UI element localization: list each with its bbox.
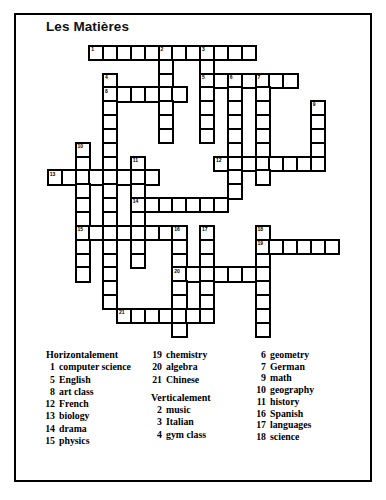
clue-column-down: 6geometry7German9math10geography11histor… bbox=[240, 349, 340, 443]
cell-number-17: 17 bbox=[202, 227, 208, 232]
cell-number-20: 20 bbox=[174, 269, 180, 274]
cell-number-19: 19 bbox=[257, 241, 263, 246]
clue-item-text: computer science bbox=[59, 361, 131, 373]
clue-item-text: languages bbox=[270, 419, 311, 431]
grid-cell-r9c15[interactable] bbox=[255, 169, 271, 185]
clue-item-text: chemistry bbox=[166, 349, 207, 361]
grid-cell-r14c20[interactable] bbox=[324, 239, 340, 255]
clue-column-across: Horizontalement1computer science5English… bbox=[40, 349, 146, 447]
clue-item-number: 12 bbox=[40, 398, 55, 410]
grid-cell-r2c17[interactable] bbox=[282, 73, 298, 89]
cell-number-8: 8 bbox=[105, 89, 108, 94]
clue-item-16: 16Spanish bbox=[240, 408, 340, 420]
clue-item-21: 21Chinese bbox=[146, 374, 240, 386]
clue-item-number: 4 bbox=[146, 429, 162, 441]
cell-number-2: 2 bbox=[160, 47, 163, 52]
clue-item-15: 15physics bbox=[40, 435, 146, 447]
clue-item-number: 13 bbox=[40, 410, 55, 422]
clue-item-1: 1computer science bbox=[40, 361, 146, 373]
clue-item-number: 16 bbox=[240, 408, 266, 420]
crossword-grid: 123456789101112131415161718192021 bbox=[0, 0, 386, 346]
clue-item-number: 10 bbox=[240, 384, 266, 396]
cell-number-4: 4 bbox=[105, 75, 108, 80]
clue-item-number: 15 bbox=[40, 435, 55, 447]
cell-number-15: 15 bbox=[77, 227, 83, 232]
clue-item-text: geography bbox=[270, 384, 314, 396]
clue-item-number: 7 bbox=[240, 361, 266, 373]
cell-number-7: 7 bbox=[257, 75, 260, 80]
clue-item-8: 8art class bbox=[40, 386, 146, 398]
clue-item-text: gym class bbox=[166, 429, 206, 441]
clue-item-number: 1 bbox=[40, 361, 55, 373]
clue-item-5: 5English bbox=[40, 374, 146, 386]
clue-item-number: 20 bbox=[146, 361, 162, 373]
clue-item-text: history bbox=[270, 396, 299, 408]
grid-cell-r15c6[interactable] bbox=[130, 253, 146, 269]
clue-item-text: math bbox=[270, 372, 292, 384]
clue-item-number: 5 bbox=[40, 374, 55, 386]
clue-item-text: biology bbox=[59, 410, 90, 422]
clue-item-number: 3 bbox=[146, 416, 162, 428]
grid-cell-r20c9[interactable] bbox=[171, 322, 187, 338]
cell-number-16: 16 bbox=[174, 227, 180, 232]
cell-number-5: 5 bbox=[202, 75, 205, 80]
clue-item-13: 13biology bbox=[40, 410, 146, 422]
clue-item-text: Spanish bbox=[270, 408, 303, 420]
clue-item-number: 6 bbox=[240, 349, 266, 361]
clue-item-19: 19chemistry bbox=[146, 349, 240, 361]
clue-item-text: Chinese bbox=[166, 374, 199, 386]
clue-item-20: 20algebra bbox=[146, 361, 240, 373]
clue-item-number: 14 bbox=[40, 423, 55, 435]
clue-item-6: 6geometry bbox=[240, 349, 340, 361]
grid-cell-r0c14[interactable] bbox=[241, 45, 257, 61]
clue-item-text: drama bbox=[59, 423, 87, 435]
clue-item-17: 17languages bbox=[240, 419, 340, 431]
cell-number-12: 12 bbox=[216, 158, 222, 163]
clue-item-text: art class bbox=[59, 386, 94, 398]
clue-item-text: German bbox=[270, 361, 305, 373]
cell-number-11: 11 bbox=[133, 158, 138, 163]
grid-cell-r11c12[interactable] bbox=[213, 197, 229, 213]
cell-number-18: 18 bbox=[257, 227, 263, 232]
cell-number-14: 14 bbox=[133, 199, 139, 204]
clue-item-text: music bbox=[166, 404, 191, 416]
cell-number-13: 13 bbox=[50, 172, 56, 177]
clue-item-2: 2music bbox=[146, 404, 240, 416]
clue-item-text: physics bbox=[59, 435, 90, 447]
cell-number-10: 10 bbox=[77, 144, 83, 149]
grid-cell-r9c7[interactable] bbox=[144, 169, 160, 185]
cell-number-21: 21 bbox=[119, 310, 125, 315]
grid-cell-r10c13[interactable] bbox=[227, 183, 243, 199]
cell-number-6: 6 bbox=[230, 75, 233, 80]
clue-item-4: 4gym class bbox=[146, 429, 240, 441]
grid-cell-r19c11[interactable] bbox=[199, 308, 215, 324]
grid-cell-r16c2[interactable] bbox=[75, 266, 91, 282]
clue-item-text: algebra bbox=[166, 361, 198, 373]
clue-item-18: 18science bbox=[240, 431, 340, 443]
clue-item-number: 18 bbox=[240, 431, 266, 443]
grid-cell-r6c11[interactable] bbox=[199, 128, 215, 144]
clue-item-number: 2 bbox=[146, 404, 162, 416]
clue-item-number: 9 bbox=[240, 372, 266, 384]
clue-item-text: Italian bbox=[166, 416, 194, 428]
cell-number-9: 9 bbox=[313, 102, 316, 107]
clue-item-number: 8 bbox=[40, 386, 55, 398]
grid-cell-r8c19[interactable] bbox=[310, 156, 326, 172]
clue-item-11: 11history bbox=[240, 396, 340, 408]
clue-column-middle: 19chemistry20algebra21ChineseVerticaleme… bbox=[146, 349, 240, 441]
clue-item-text: science bbox=[270, 431, 299, 443]
cell-number-1: 1 bbox=[91, 47, 94, 52]
clue-item-9: 9math bbox=[240, 372, 340, 384]
clue-item-3: 3Italian bbox=[146, 416, 240, 428]
clue-item-number: 11 bbox=[240, 396, 266, 408]
grid-cell-r20c15[interactable] bbox=[255, 322, 271, 338]
clue-item-10: 10geography bbox=[240, 384, 340, 396]
clue-item-number: 17 bbox=[240, 419, 266, 431]
clue-heading: Verticalement bbox=[146, 392, 240, 404]
cell-number-3: 3 bbox=[202, 47, 205, 52]
clue-item-text: English bbox=[59, 374, 91, 386]
clue-item-text: geometry bbox=[270, 349, 309, 361]
clue-item-number: 21 bbox=[146, 374, 162, 386]
clue-item-12: 12French bbox=[40, 398, 146, 410]
grid-cell-r3c9[interactable] bbox=[171, 86, 187, 102]
clue-item-text: French bbox=[59, 398, 89, 410]
grid-cell-r6c8[interactable] bbox=[158, 128, 174, 144]
clue-heading: Horizontalement bbox=[40, 349, 146, 361]
clue-item-7: 7German bbox=[240, 361, 340, 373]
clue-item-number: 19 bbox=[146, 349, 162, 361]
clue-item-14: 14drama bbox=[40, 423, 146, 435]
